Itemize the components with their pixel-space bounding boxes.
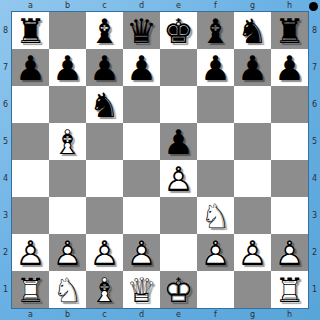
square-c3[interactable] — [86, 197, 123, 234]
square-d6[interactable] — [123, 86, 160, 123]
square-c1[interactable]: ♝♗ — [86, 271, 123, 308]
rank-label-6: 6 — [0, 86, 11, 123]
file-label-h: h — [271, 0, 308, 11]
piece-black-queen: ♛ — [123, 12, 160, 49]
square-g5[interactable] — [234, 123, 271, 160]
square-a7[interactable]: ♟ — [12, 49, 49, 86]
rank-label-7: 7 — [0, 49, 11, 86]
square-a2[interactable]: ♟♙ — [12, 234, 49, 271]
square-c8[interactable]: ♝ — [86, 12, 123, 49]
piece-black-knight: ♞ — [86, 86, 123, 123]
square-e1[interactable]: ♚♔ — [160, 271, 197, 308]
square-e4[interactable]: ♟♙ — [160, 160, 197, 197]
square-f3[interactable]: ♞♘ — [197, 197, 234, 234]
square-g8[interactable]: ♞ — [234, 12, 271, 49]
rank-label-4: 4 — [0, 160, 11, 197]
file-label-g: g — [234, 0, 271, 11]
rank-label-1: 1 — [0, 271, 11, 308]
square-g1[interactable] — [234, 271, 271, 308]
piece-black-pawn: ♟ — [12, 49, 49, 86]
file-label-f: f — [197, 0, 234, 11]
file-label-e: e — [160, 309, 197, 320]
file-label-d: d — [123, 0, 160, 11]
piece-white-pawn: ♟♙ — [234, 234, 271, 271]
file-labels-bottom: abcdefgh — [12, 309, 308, 320]
square-f2[interactable]: ♟♙ — [197, 234, 234, 271]
black-to-move-indicator — [309, 2, 318, 11]
square-b3[interactable] — [49, 197, 86, 234]
square-h1[interactable]: ♜♖ — [271, 271, 308, 308]
square-h6[interactable] — [271, 86, 308, 123]
square-a8[interactable]: ♜ — [12, 12, 49, 49]
rank-label-1: 1 — [309, 271, 320, 308]
piece-white-knight: ♞♘ — [49, 271, 86, 308]
square-e2[interactable] — [160, 234, 197, 271]
square-f8[interactable]: ♝ — [197, 12, 234, 49]
square-h2[interactable]: ♟♙ — [271, 234, 308, 271]
square-h3[interactable] — [271, 197, 308, 234]
square-f6[interactable] — [197, 86, 234, 123]
chessboard-frame: abcdefgh abcdefgh 87654321 87654321 ♜♝♛♚… — [0, 0, 320, 320]
square-b5[interactable]: ♝♗ — [49, 123, 86, 160]
square-d5[interactable] — [123, 123, 160, 160]
piece-black-pawn: ♟ — [49, 49, 86, 86]
piece-white-pawn: ♟♙ — [49, 234, 86, 271]
file-label-b: b — [49, 0, 86, 11]
piece-white-king: ♚♔ — [160, 271, 197, 308]
file-label-h: h — [271, 309, 308, 320]
rank-label-7: 7 — [309, 49, 320, 86]
square-d8[interactable]: ♛ — [123, 12, 160, 49]
piece-black-pawn: ♟ — [86, 49, 123, 86]
square-c5[interactable] — [86, 123, 123, 160]
file-label-a: a — [12, 0, 49, 11]
file-label-c: c — [86, 309, 123, 320]
piece-white-knight: ♞♘ — [197, 197, 234, 234]
square-g7[interactable]: ♟ — [234, 49, 271, 86]
file-label-e: e — [160, 0, 197, 11]
square-h7[interactable]: ♟ — [271, 49, 308, 86]
square-a1[interactable]: ♜♖ — [12, 271, 49, 308]
piece-black-pawn: ♟ — [160, 123, 197, 160]
piece-black-rook: ♜ — [12, 12, 49, 49]
piece-black-pawn: ♟ — [197, 49, 234, 86]
square-e5[interactable]: ♟ — [160, 123, 197, 160]
square-g4[interactable] — [234, 160, 271, 197]
square-d4[interactable] — [123, 160, 160, 197]
rank-labels-right: 87654321 — [309, 12, 320, 308]
piece-black-knight: ♞ — [234, 12, 271, 49]
square-c6[interactable]: ♞ — [86, 86, 123, 123]
square-g2[interactable]: ♟♙ — [234, 234, 271, 271]
piece-white-bishop: ♝♗ — [49, 123, 86, 160]
square-e8[interactable]: ♚ — [160, 12, 197, 49]
piece-white-pawn: ♟♙ — [12, 234, 49, 271]
square-a4[interactable] — [12, 160, 49, 197]
piece-white-pawn: ♟♙ — [271, 234, 308, 271]
square-f4[interactable] — [197, 160, 234, 197]
square-g6[interactable] — [234, 86, 271, 123]
piece-white-pawn: ♟♙ — [86, 234, 123, 271]
piece-black-king: ♚ — [160, 12, 197, 49]
square-b1[interactable]: ♞♘ — [49, 271, 86, 308]
square-f7[interactable]: ♟ — [197, 49, 234, 86]
square-h4[interactable] — [271, 160, 308, 197]
rank-label-6: 6 — [309, 86, 320, 123]
square-c7[interactable]: ♟ — [86, 49, 123, 86]
square-b8[interactable] — [49, 12, 86, 49]
square-f1[interactable] — [197, 271, 234, 308]
rank-label-2: 2 — [0, 234, 11, 271]
rank-label-2: 2 — [309, 234, 320, 271]
square-h8[interactable]: ♜ — [271, 12, 308, 49]
file-label-f: f — [197, 309, 234, 320]
square-b6[interactable] — [49, 86, 86, 123]
square-c4[interactable] — [86, 160, 123, 197]
rank-label-8: 8 — [309, 12, 320, 49]
square-b2[interactable]: ♟♙ — [49, 234, 86, 271]
piece-black-pawn: ♟ — [271, 49, 308, 86]
square-d7[interactable]: ♟ — [123, 49, 160, 86]
board: ♜♝♛♚♝♞♜♟♟♟♟♟♟♟♞♝♗♟♟♙♞♘♟♙♟♙♟♙♟♙♟♙♟♙♟♙♜♖♞♘… — [11, 11, 309, 309]
square-h5[interactable] — [271, 123, 308, 160]
rank-labels-left: 87654321 — [0, 12, 11, 308]
piece-white-bishop: ♝♗ — [86, 271, 123, 308]
piece-white-rook: ♜♖ — [271, 271, 308, 308]
file-label-g: g — [234, 309, 271, 320]
file-label-d: d — [123, 309, 160, 320]
square-d1[interactable]: ♛♕ — [123, 271, 160, 308]
square-b4[interactable] — [49, 160, 86, 197]
rank-label-3: 3 — [309, 197, 320, 234]
square-f5[interactable] — [197, 123, 234, 160]
square-a6[interactable] — [12, 86, 49, 123]
square-a3[interactable] — [12, 197, 49, 234]
piece-white-pawn: ♟♙ — [197, 234, 234, 271]
square-e3[interactable] — [160, 197, 197, 234]
rank-label-8: 8 — [0, 12, 11, 49]
square-e6[interactable] — [160, 86, 197, 123]
piece-black-pawn: ♟ — [234, 49, 271, 86]
file-labels-top: abcdefgh — [12, 0, 308, 11]
piece-white-rook: ♜♖ — [12, 271, 49, 308]
square-d2[interactable]: ♟♙ — [123, 234, 160, 271]
piece-black-pawn: ♟ — [123, 49, 160, 86]
file-label-b: b — [49, 309, 86, 320]
square-e7[interactable] — [160, 49, 197, 86]
file-label-a: a — [12, 309, 49, 320]
square-c2[interactable]: ♟♙ — [86, 234, 123, 271]
file-label-c: c — [86, 0, 123, 11]
piece-black-rook: ♜ — [271, 12, 308, 49]
piece-white-pawn: ♟♙ — [123, 234, 160, 271]
rank-label-3: 3 — [0, 197, 11, 234]
piece-black-bishop: ♝ — [197, 12, 234, 49]
piece-white-queen: ♛♕ — [123, 271, 160, 308]
square-g3[interactable] — [234, 197, 271, 234]
rank-label-5: 5 — [309, 123, 320, 160]
rank-label-5: 5 — [0, 123, 11, 160]
rank-label-4: 4 — [309, 160, 320, 197]
square-d3[interactable] — [123, 197, 160, 234]
square-a5[interactable] — [12, 123, 49, 160]
square-b7[interactable]: ♟ — [49, 49, 86, 86]
piece-black-bishop: ♝ — [86, 12, 123, 49]
piece-white-pawn: ♟♙ — [160, 160, 197, 197]
